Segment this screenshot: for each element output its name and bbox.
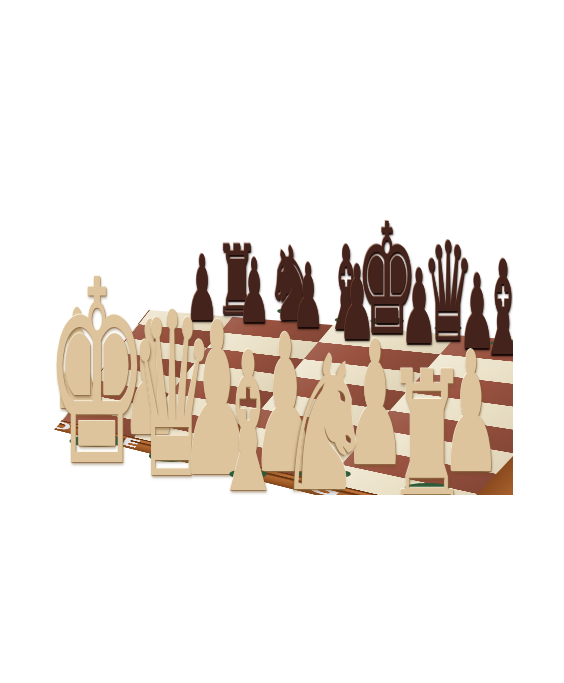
piece-white-rook: ♜: [385, 347, 468, 495]
chess-set-photo: DEFG ♜♞♟♟♟♝♚♛♟♟♟♝♟♟♚♟♟♛♟♟♝♞♜: [40, 195, 513, 495]
product-photo: DEFG ♜♞♟♟♟♝♚♛♟♟♟♝♟♟♚♟♟♛♟♟♝♞♜: [0, 0, 564, 683]
piece-white-bishop: ♝: [213, 327, 282, 495]
piece-white-knight: ♞: [277, 333, 374, 495]
pieces-layer: ♜♞♟♟♟♝♚♛♟♟♟♝♟♟♚♟♟♛♟♟♝♞♜: [40, 195, 513, 495]
